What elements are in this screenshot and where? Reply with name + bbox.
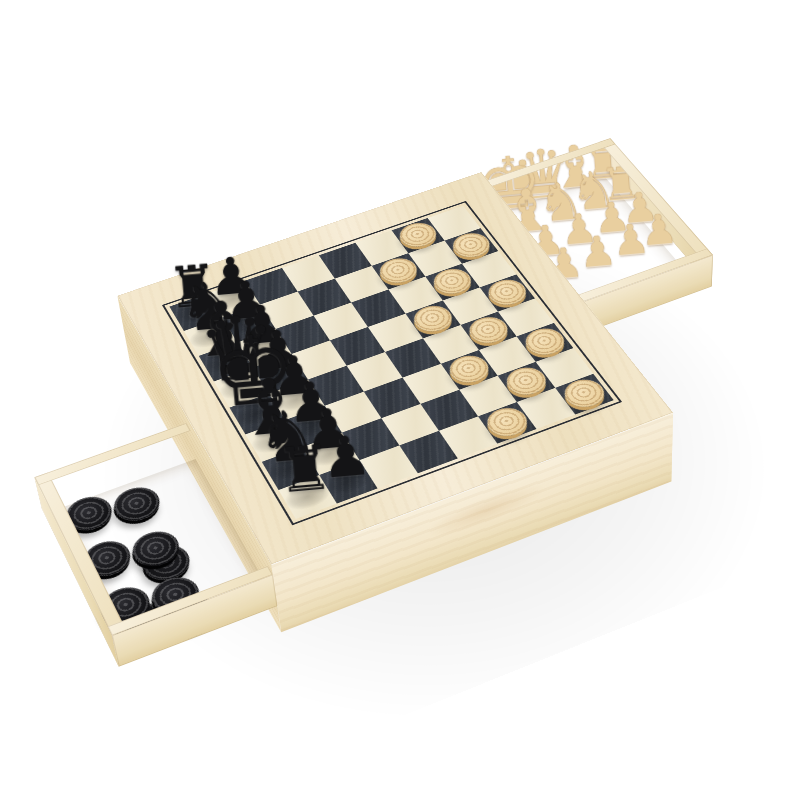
scene-perspective: ♚♛♝♜♝♞♞♜♟♟♟♟♟♟♟♟ ♜♟♞♟♝♟♛♟♚♟♝♟♞♟♜♟ (0, 0, 800, 800)
scene-roll: ♚♛♝♜♝♞♞♜♟♟♟♟♟♟♟♟ ♜♟♞♟♝♟♛♟♚♟♝♟♞♟♜♟ (0, 0, 800, 800)
chess-piece-glyph: ♜ (275, 436, 335, 502)
product-photo-canvas: ♚♛♝♜♝♞♞♜♟♟♟♟♟♟♟♟ ♜♟♞♟♝♟♛♟♚♟♝♟♞♟♜♟ (0, 0, 800, 800)
chess-piece-glyph: ♟ (577, 229, 618, 274)
